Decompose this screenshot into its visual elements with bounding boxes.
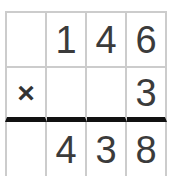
cell-r2-c1: 4	[47, 122, 87, 176]
cell-r2-c3: 8	[127, 122, 167, 176]
cell-r1-c1	[47, 68, 87, 122]
cell-r1-c3: 3	[127, 68, 167, 122]
cell-r2-c0	[5, 122, 47, 176]
cell-r1-c2	[87, 68, 127, 122]
multiplication-board: 1 4 6 × 3 4 3 8	[5, 11, 167, 176]
operand-row: 1 4 6	[5, 13, 167, 68]
product-row: 4 3 8	[5, 122, 167, 176]
multiplier-row: × 3	[5, 68, 167, 122]
cell-r0-c3: 6	[127, 13, 167, 68]
multiply-sign-cell: ×	[5, 68, 47, 122]
cell-r0-c1: 1	[47, 13, 87, 68]
cell-r0-c2: 4	[87, 13, 127, 68]
cell-r2-c2: 3	[87, 122, 127, 176]
cell-r0-c0	[5, 13, 47, 68]
multiply-icon: ×	[17, 78, 35, 108]
